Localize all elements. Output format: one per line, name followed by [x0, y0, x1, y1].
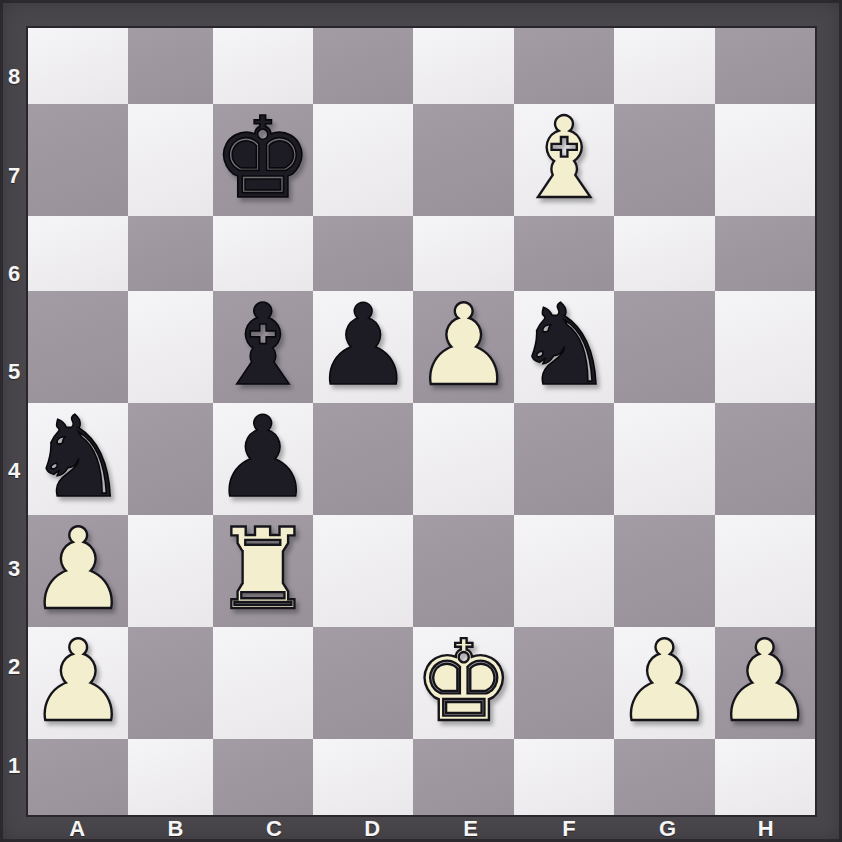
- square-b6[interactable]: [128, 216, 212, 292]
- rank-label-5: 5: [0, 323, 28, 421]
- square-g7[interactable]: [614, 104, 714, 216]
- file-label-d: D: [323, 815, 421, 842]
- rank-label-4: 4: [0, 422, 28, 520]
- file-label-c: C: [225, 815, 323, 842]
- square-c7[interactable]: ♚: [213, 104, 313, 216]
- square-b7[interactable]: [128, 104, 212, 216]
- square-c3[interactable]: ♜: [213, 515, 313, 627]
- square-b3[interactable]: [128, 515, 212, 627]
- square-b2[interactable]: [128, 627, 212, 739]
- square-e2[interactable]: ♚: [413, 627, 513, 739]
- square-h2[interactable]: ♟: [715, 627, 815, 739]
- rank-label-1: 1: [0, 717, 28, 815]
- square-c1[interactable]: [213, 739, 313, 815]
- rank-labels: 87654321: [0, 28, 28, 815]
- square-e7[interactable]: [413, 104, 513, 216]
- square-f4[interactable]: [514, 403, 614, 515]
- square-a6[interactable]: [28, 216, 128, 292]
- square-g4[interactable]: [614, 403, 714, 515]
- black-pawn[interactable]: ♟: [313, 289, 413, 401]
- square-d3[interactable]: [313, 515, 413, 627]
- square-g6[interactable]: [614, 216, 714, 292]
- white-pawn[interactable]: ♟: [413, 289, 513, 401]
- chess-board-frame: 87654321 ♚♝♝♟♟♞♞♟♟♜♟♚♟♟ ABCDEFGH: [0, 0, 842, 842]
- square-e4[interactable]: [413, 403, 513, 515]
- square-b8[interactable]: [128, 28, 212, 104]
- square-b5[interactable]: [128, 291, 212, 403]
- square-h5[interactable]: [715, 291, 815, 403]
- file-labels: ABCDEFGH: [28, 815, 815, 842]
- square-h4[interactable]: [715, 403, 815, 515]
- file-label-a: A: [28, 815, 126, 842]
- square-f3[interactable]: [514, 515, 614, 627]
- square-h3[interactable]: [715, 515, 815, 627]
- chess-board: ♚♝♝♟♟♞♞♟♟♜♟♚♟♟: [28, 28, 815, 815]
- white-pawn[interactable]: ♟: [715, 625, 815, 737]
- white-pawn[interactable]: ♟: [28, 625, 128, 737]
- square-d8[interactable]: [313, 28, 413, 104]
- white-bishop[interactable]: ♝: [514, 102, 614, 214]
- square-d1[interactable]: [313, 739, 413, 815]
- square-d2[interactable]: [313, 627, 413, 739]
- square-g1[interactable]: [614, 739, 714, 815]
- square-g8[interactable]: [614, 28, 714, 104]
- file-label-e: E: [422, 815, 520, 842]
- square-a4[interactable]: ♞: [28, 403, 128, 515]
- square-h8[interactable]: [715, 28, 815, 104]
- square-b1[interactable]: [128, 739, 212, 815]
- black-king[interactable]: ♚: [213, 102, 313, 214]
- rank-label-6: 6: [0, 225, 28, 323]
- square-g5[interactable]: [614, 291, 714, 403]
- black-pawn[interactable]: ♟: [213, 401, 313, 513]
- file-label-f: F: [520, 815, 618, 842]
- square-d5[interactable]: ♟: [313, 291, 413, 403]
- white-pawn[interactable]: ♟: [28, 513, 128, 625]
- square-a8[interactable]: [28, 28, 128, 104]
- black-knight[interactable]: ♞: [28, 401, 128, 513]
- square-a5[interactable]: [28, 291, 128, 403]
- white-king[interactable]: ♚: [413, 625, 513, 737]
- square-g2[interactable]: ♟: [614, 627, 714, 739]
- square-c4[interactable]: ♟: [213, 403, 313, 515]
- rank-label-3: 3: [0, 520, 28, 618]
- square-e8[interactable]: [413, 28, 513, 104]
- square-h1[interactable]: [715, 739, 815, 815]
- square-a2[interactable]: ♟: [28, 627, 128, 739]
- white-rook[interactable]: ♜: [213, 513, 313, 625]
- square-d7[interactable]: [313, 104, 413, 216]
- square-f5[interactable]: ♞: [514, 291, 614, 403]
- square-a1[interactable]: [28, 739, 128, 815]
- square-c2[interactable]: [213, 627, 313, 739]
- file-label-h: H: [717, 815, 815, 842]
- rank-label-8: 8: [0, 28, 28, 126]
- square-c5[interactable]: ♝: [213, 291, 313, 403]
- square-d4[interactable]: [313, 403, 413, 515]
- black-bishop[interactable]: ♝: [213, 289, 313, 401]
- square-h7[interactable]: [715, 104, 815, 216]
- file-label-g: G: [618, 815, 716, 842]
- square-g3[interactable]: [614, 515, 714, 627]
- square-f2[interactable]: [514, 627, 614, 739]
- rank-label-2: 2: [0, 618, 28, 716]
- square-f1[interactable]: [514, 739, 614, 815]
- square-a3[interactable]: ♟: [28, 515, 128, 627]
- square-h6[interactable]: [715, 216, 815, 292]
- file-label-b: B: [126, 815, 224, 842]
- square-b4[interactable]: [128, 403, 212, 515]
- rank-label-7: 7: [0, 126, 28, 224]
- square-e5[interactable]: ♟: [413, 291, 513, 403]
- square-e1[interactable]: [413, 739, 513, 815]
- square-e3[interactable]: [413, 515, 513, 627]
- square-a7[interactable]: [28, 104, 128, 216]
- white-pawn[interactable]: ♟: [614, 625, 714, 737]
- square-f7[interactable]: ♝: [514, 104, 614, 216]
- black-knight[interactable]: ♞: [514, 289, 614, 401]
